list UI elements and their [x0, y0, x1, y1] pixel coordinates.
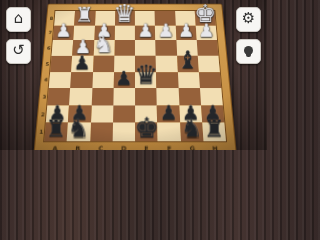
piece-black-pawn-f2[interactable]: ♟ [159, 103, 177, 123]
file-label: B [66, 143, 89, 150]
settings-button[interactable]: ⚙ [236, 7, 261, 32]
file-labels: ABCDEFGH [43, 143, 227, 150]
square-c3[interactable] [91, 88, 113, 105]
piece-black-king-e1[interactable]: ♚ [133, 113, 158, 141]
square-b8[interactable]: ♜ [74, 11, 95, 25]
board-frame: ♜♛♚♟♟♟♟♟♟♟♞♟♝♟♛♟♟♟♟♟♜♞♚♞♜ 87654321 ABCDE… [33, 4, 237, 150]
piece-white-pawn-h7[interactable]: ♟ [198, 22, 214, 40]
square-g5[interactable]: ♝ [176, 56, 198, 72]
square-e6[interactable] [134, 40, 155, 55]
square-g1[interactable]: ♞ [179, 123, 203, 141]
piece-white-pawn-g7[interactable]: ♟ [178, 22, 194, 40]
square-e1[interactable]: ♚ [135, 123, 158, 141]
square-c6[interactable]: ♞ [93, 40, 114, 55]
square-f7[interactable]: ♟ [155, 25, 176, 40]
piece-black-rook-a1[interactable]: ♜ [45, 118, 66, 142]
square-a6[interactable] [51, 40, 73, 55]
square-h7[interactable]: ♟ [195, 25, 217, 40]
square-d4[interactable]: ♟ [113, 72, 135, 88]
rank-label: 5 [43, 61, 50, 66]
square-a7[interactable]: ♟ [52, 25, 73, 40]
lightbulb-icon [244, 46, 253, 57]
square-f6[interactable] [155, 40, 176, 55]
file-label: F [157, 143, 180, 150]
square-c1[interactable] [89, 123, 112, 141]
rank-label: 4 [42, 77, 50, 83]
rank-label: 8 [47, 16, 54, 21]
square-a1[interactable]: ♜ [44, 123, 68, 141]
square-h1[interactable]: ♜ [201, 123, 225, 141]
square-e4[interactable]: ♛ [134, 72, 156, 88]
piece-black-rook-h1[interactable]: ♜ [204, 118, 225, 142]
home-icon: ⌂ [14, 11, 24, 26]
file-label: C [89, 143, 112, 150]
square-b4[interactable] [70, 72, 92, 88]
piece-white-pawn-f7[interactable]: ♟ [157, 22, 173, 40]
square-d8[interactable]: ♛ [114, 11, 134, 25]
piece-black-pawn-b5[interactable]: ♟ [73, 53, 90, 72]
square-d1[interactable] [112, 123, 135, 141]
rank-label: 1 [37, 129, 45, 135]
square-d6[interactable] [114, 40, 135, 55]
piece-black-queen-e4[interactable]: ♛ [133, 62, 157, 88]
home-button[interactable]: ⌂ [6, 7, 31, 32]
piece-black-knight-g1[interactable]: ♞ [180, 117, 202, 142]
gear-icon: ⚙ [242, 11, 255, 26]
rank-label: 3 [40, 94, 48, 100]
file-label: E [135, 143, 158, 150]
square-f5[interactable] [155, 56, 177, 72]
piece-black-knight-b1[interactable]: ♞ [67, 117, 89, 142]
undo-icon: ↺ [12, 43, 25, 58]
piece-white-pawn-a7[interactable]: ♟ [54, 22, 70, 40]
square-d7[interactable] [114, 25, 135, 40]
square-h6[interactable] [196, 40, 218, 55]
chess-board: ♜♛♚♟♟♟♟♟♟♟♞♟♝♟♛♟♟♟♟♟♜♞♚♞♜ [44, 11, 226, 141]
piece-black-pawn-d4[interactable]: ♟ [115, 69, 132, 88]
square-f1[interactable] [157, 123, 180, 141]
square-c5[interactable] [92, 56, 114, 72]
square-h5[interactable] [197, 56, 219, 72]
square-b5[interactable]: ♟ [71, 56, 93, 72]
square-a4[interactable] [48, 72, 71, 88]
square-g7[interactable]: ♟ [175, 25, 196, 40]
piece-white-rook-b8[interactable]: ♜ [75, 4, 94, 25]
undo-button[interactable]: ↺ [6, 39, 31, 64]
square-d2[interactable] [112, 105, 134, 123]
square-f2[interactable]: ♟ [156, 105, 179, 123]
file-label: A [43, 143, 67, 150]
piece-black-bishop-g5[interactable]: ♝ [177, 48, 198, 72]
file-label: D [112, 143, 135, 150]
square-e7[interactable]: ♟ [134, 25, 155, 40]
square-g4[interactable] [177, 72, 199, 88]
square-f4[interactable] [156, 72, 178, 88]
square-d3[interactable] [113, 88, 135, 105]
hint-button[interactable] [236, 39, 261, 64]
board-scene: ♜♛♚♟♟♟♟♟♟♟♞♟♝♟♛♟♟♟♟♟♜♞♚♞♜ 87654321 ABCDE… [0, 0, 267, 150]
square-b1[interactable]: ♞ [66, 123, 89, 141]
piece-white-pawn-e7[interactable]: ♟ [136, 22, 152, 40]
square-c2[interactable] [90, 105, 113, 123]
rank-label: 6 [45, 45, 52, 50]
piece-white-queen-d8[interactable]: ♛ [113, 1, 135, 26]
square-h4[interactable] [198, 72, 221, 88]
piece-white-knight-c6[interactable]: ♞ [93, 33, 113, 56]
square-a5[interactable] [50, 56, 72, 72]
file-label: G [180, 143, 203, 150]
square-e3[interactable] [135, 88, 157, 105]
file-label: H [203, 143, 227, 150]
rank-label: 7 [46, 30, 53, 35]
square-c4[interactable] [91, 72, 113, 88]
